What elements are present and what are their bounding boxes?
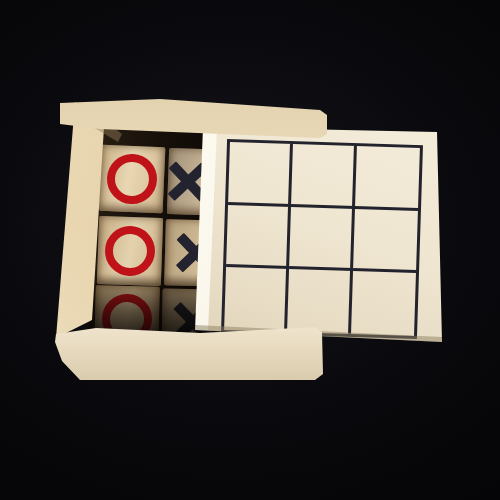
sliding-lid[interactable] <box>195 126 443 348</box>
grid-cell-r2c2[interactable] <box>289 207 354 272</box>
grid-cell-r1c1[interactable] <box>228 142 293 207</box>
grid-cell-r2c1[interactable] <box>226 205 291 270</box>
grid-cell-r2c3[interactable] <box>353 209 418 274</box>
cube-o-row1[interactable] <box>99 145 166 214</box>
grid-cell-r3c1[interactable] <box>224 267 289 332</box>
grid-cell-r1c2[interactable] <box>291 144 356 209</box>
grid-cell-r3c3[interactable] <box>351 271 416 336</box>
tic-tac-toe-box-photo <box>0 0 500 500</box>
grid-cell-r1c3[interactable] <box>355 146 420 211</box>
tic-tac-toe-grid <box>221 139 423 339</box>
grid-cell-r3c2[interactable] <box>287 269 352 334</box>
o-mark <box>104 225 156 277</box>
o-mark <box>106 153 158 205</box>
